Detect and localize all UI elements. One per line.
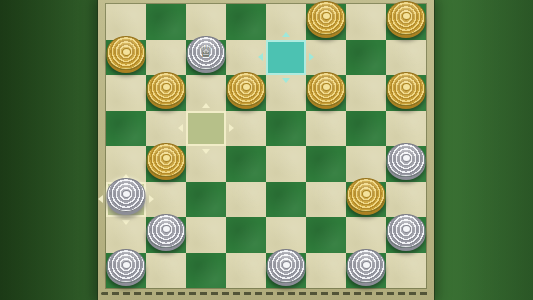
square-r6c1[interactable] [146,217,186,253]
square-r7c7 [386,253,426,289]
piece-gold[interactable] [307,1,346,35]
piece-gold[interactable] [387,1,426,35]
piece-gold[interactable] [107,36,146,70]
piece-gold[interactable] [347,178,386,212]
square-r6c5[interactable] [306,217,346,253]
square-r5c6[interactable] [346,182,386,218]
square-r7c2[interactable] [186,253,226,289]
square-r2c3[interactable] [226,75,266,111]
highlight-arrow-icon [309,53,314,61]
highlight-arrow-icon [282,32,290,37]
square-r7c4[interactable] [266,253,306,289]
highlight-arrow-icon [282,78,290,83]
piece-silver[interactable] [107,178,146,212]
square-r1c4[interactable] [266,40,306,76]
square-r7c5 [306,253,346,289]
piece-gold[interactable] [307,72,346,106]
highlight-arrow-icon [202,149,210,154]
piece-silver[interactable] [347,249,386,283]
square-r6c3[interactable] [226,217,266,253]
piece-silver[interactable] [107,249,146,283]
square-r5c7 [386,182,426,218]
square-r3c2[interactable] [186,111,226,147]
square-r6c7[interactable] [386,217,426,253]
highlight-arrow-icon [229,124,234,132]
square-r1c6[interactable] [346,40,386,76]
square-r6c6 [346,217,386,253]
square-r0c6 [346,4,386,40]
square-r7c1 [146,253,186,289]
piece-gold[interactable] [147,72,186,106]
square-r5c3 [226,182,266,218]
board-frame: ♕ [98,0,434,300]
square-r2c7[interactable] [386,75,426,111]
square-r4c4 [266,146,306,182]
square-r0c5[interactable] [306,4,346,40]
square-r2c1[interactable] [146,75,186,111]
square-r0c2 [186,4,226,40]
square-r5c4[interactable] [266,182,306,218]
piece-silver[interactable] [267,249,306,283]
highlight-arrow-icon [178,124,183,132]
piece-silver-king[interactable]: ♕ [187,36,226,70]
piece-gold[interactable] [387,72,426,106]
square-r3c6[interactable] [346,111,386,147]
piece-silver[interactable] [147,214,186,248]
square-r7c6[interactable] [346,253,386,289]
square-r3c4[interactable] [266,111,306,147]
square-r1c2[interactable]: ♕ [186,40,226,76]
square-r2c0 [106,75,146,111]
square-r4c1[interactable] [146,146,186,182]
square-r3c0[interactable] [106,111,146,147]
checkers-board: ♕ [106,4,426,288]
highlight-arrow-icon [122,220,130,225]
square-r4c6 [346,146,386,182]
square-r0c7[interactable] [386,4,426,40]
square-r6c4 [266,217,306,253]
square-r1c7 [386,40,426,76]
square-r5c5 [306,182,346,218]
square-r1c0[interactable] [106,40,146,76]
highlight-arrow-icon [149,195,154,203]
square-r3c7 [386,111,426,147]
highlight-arrow-icon [202,103,210,108]
square-r7c3 [226,253,266,289]
square-r5c0[interactable] [106,182,146,218]
square-r0c1[interactable] [146,4,186,40]
square-r2c6 [346,75,386,111]
square-r7c0[interactable] [106,253,146,289]
piece-gold[interactable] [227,72,266,106]
square-r0c0 [106,4,146,40]
piece-silver[interactable] [387,214,426,248]
square-r3c5 [306,111,346,147]
highlight-arrow-icon [98,195,103,203]
highlight-arrow-icon [258,53,263,61]
piece-silver[interactable] [387,143,426,177]
piece-gold[interactable] [147,143,186,177]
square-r0c3[interactable] [226,4,266,40]
frame-stitch-pattern [101,292,431,295]
square-r5c2[interactable] [186,182,226,218]
square-r2c5[interactable] [306,75,346,111]
square-r4c3[interactable] [226,146,266,182]
square-r1c1 [146,40,186,76]
square-r6c2 [186,217,226,253]
square-r4c7[interactable] [386,146,426,182]
game-stage: ♕ [0,0,533,300]
crown-icon: ♕ [199,44,213,60]
square-r4c5[interactable] [306,146,346,182]
